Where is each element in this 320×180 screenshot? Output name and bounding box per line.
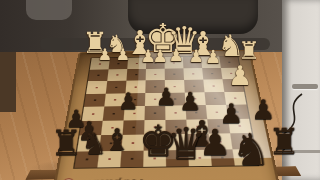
sensor-dot [212, 85, 214, 86]
white-pawn-h2[interactable]: ♟ [98, 47, 112, 63]
black-knight-b8[interactable]: ♞ [231, 128, 270, 172]
square-b2[interactable] [202, 68, 222, 80]
sensor-dot [114, 99, 116, 100]
sensor-dot [97, 75, 99, 76]
square-h2[interactable] [88, 69, 109, 81]
board-logo: Mephisto [77, 177, 144, 180]
black-queen-d8[interactable]: ♛ [166, 122, 205, 166]
square-h3[interactable] [86, 81, 107, 94]
sensor-dot [192, 73, 194, 74]
sensor-dot [214, 98, 216, 99]
square-e2[interactable] [146, 68, 165, 80]
white-pawn-c2[interactable]: ♟ [188, 48, 203, 65]
black-bishop-f8[interactable]: ♝ [104, 125, 131, 155]
sensor-dot [108, 158, 111, 160]
white-pawn-g2[interactable]: ♟ [116, 47, 130, 63]
sensor-dot [132, 142, 135, 144]
board-badge [62, 178, 74, 180]
black-rook-h8[interactable]: ♜ [50, 126, 81, 161]
white-pawn-e2[interactable]: ♟ [152, 48, 167, 65]
white-pawn-b2[interactable]: ♟ [205, 48, 221, 66]
black-pawn-a5[interactable]: ♟ [251, 96, 275, 123]
sensor-dot [136, 63, 138, 64]
black-pawn-e5[interactable]: ♟ [155, 85, 177, 109]
sensor-dot [131, 158, 134, 160]
square-h4[interactable] [84, 93, 106, 106]
sensor-dot [154, 74, 156, 75]
black-rook-a8[interactable]: ♜ [268, 124, 300, 160]
square-g2[interactable] [107, 69, 127, 81]
sensor-dot [116, 74, 118, 75]
square-f2[interactable] [126, 69, 146, 81]
photo-stage: Mephisto ♜♞♝♛♚♝♞♜♟♟♟♟♟♟♟♟♟♟♟♟♟♟♟♟♜♞♝♚♛♝♞… [0, 0, 320, 180]
sensor-dot [132, 127, 134, 129]
sensor-dot [135, 74, 137, 75]
square-d2[interactable] [165, 68, 184, 80]
black-knight-g8[interactable]: ♞ [81, 130, 107, 159]
sensor-dot [113, 113, 115, 115]
white-pawn-a3[interactable]: ♟ [228, 62, 252, 89]
sensor-dot [211, 73, 213, 74]
square-c2[interactable] [183, 68, 203, 80]
sensor-dot [92, 113, 94, 115]
sensor-dot [173, 74, 175, 75]
sensor-dot [94, 99, 96, 100]
black-pawn-d5[interactable]: ♟ [179, 89, 201, 114]
black-pawn-f5[interactable]: ♟ [118, 90, 139, 113]
square-b3[interactable] [203, 79, 224, 92]
white-pawn-d2[interactable]: ♟ [168, 47, 183, 64]
sensor-dot [154, 112, 156, 114]
sensor-dot [96, 87, 98, 88]
sensor-dot [174, 112, 176, 114]
